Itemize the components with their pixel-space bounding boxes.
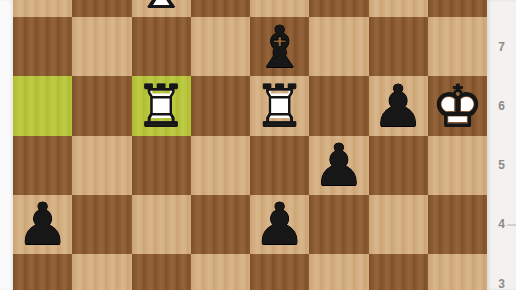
square-g4[interactable] (369, 195, 428, 254)
square-f5[interactable]: ♟ (309, 136, 368, 195)
square-c6[interactable]: ♜♖ (132, 76, 191, 135)
square-h6[interactable]: ♚♔ (428, 76, 487, 135)
square-h4[interactable] (428, 195, 487, 254)
square-b7[interactable] (72, 17, 131, 76)
square-g5[interactable] (369, 136, 428, 195)
square-a5[interactable] (13, 136, 72, 195)
black-bishop-e7[interactable]: ♝ (250, 17, 309, 76)
square-e7[interactable]: ♝ (250, 17, 309, 76)
black-pawn-e4[interactable]: ♟ (250, 195, 309, 254)
square-h5[interactable] (428, 136, 487, 195)
rank-label-5: 5 (487, 158, 516, 172)
rank-label-6: 6 (487, 99, 516, 113)
white-rook-c6[interactable]: ♜♖ (132, 76, 191, 135)
square-h8[interactable] (428, 0, 487, 17)
square-e4[interactable]: ♟ (250, 195, 309, 254)
square-e6[interactable]: ♜♖ (250, 76, 309, 135)
chess-app-viewport: ♝♗♝♜♖♜♖♟♚♔♟♟♟ 76543 (0, 0, 516, 290)
square-c3[interactable] (132, 254, 191, 290)
square-a4[interactable]: ♟ (13, 195, 72, 254)
square-g7[interactable] (369, 17, 428, 76)
square-c5[interactable] (132, 136, 191, 195)
square-g6[interactable]: ♟ (369, 76, 428, 135)
square-b8[interactable] (72, 0, 131, 17)
square-f7[interactable] (309, 17, 368, 76)
square-e3[interactable] (250, 254, 309, 290)
square-a3[interactable] (13, 254, 72, 290)
rank-coordinates-gutter: 76543 (487, 0, 516, 290)
square-c8[interactable]: ♝♗ (132, 0, 191, 17)
square-f6[interactable] (309, 76, 368, 135)
square-b4[interactable] (72, 195, 131, 254)
square-d7[interactable] (191, 17, 250, 76)
square-c7[interactable] (132, 17, 191, 76)
square-b3[interactable] (72, 254, 131, 290)
square-g8[interactable] (369, 0, 428, 17)
square-d6[interactable] (191, 76, 250, 135)
square-d3[interactable] (191, 254, 250, 290)
square-f3[interactable] (309, 254, 368, 290)
square-e5[interactable] (250, 136, 309, 195)
square-a7[interactable] (13, 17, 72, 76)
rank-label-4: 4 (487, 217, 516, 231)
square-b6[interactable] (72, 76, 131, 135)
square-f4[interactable] (309, 195, 368, 254)
square-a8[interactable] (13, 0, 72, 17)
square-e8[interactable] (250, 0, 309, 17)
square-b5[interactable] (72, 136, 131, 195)
black-pawn-f5[interactable]: ♟ (309, 136, 368, 195)
square-c4[interactable] (132, 195, 191, 254)
chess-board[interactable]: ♝♗♝♜♖♜♖♟♚♔♟♟♟ (13, 0, 487, 290)
square-h7[interactable] (428, 17, 487, 76)
rank-label-3: 3 (487, 277, 516, 290)
black-pawn-a4[interactable]: ♟ (13, 195, 72, 254)
square-d5[interactable] (191, 136, 250, 195)
square-a6[interactable] (13, 76, 72, 135)
left-gutter (0, 0, 13, 290)
white-bishop-c8[interactable]: ♝♗ (132, 0, 191, 17)
square-h3[interactable] (428, 254, 487, 290)
white-king-h6[interactable]: ♚♔ (428, 76, 487, 135)
square-g3[interactable] (369, 254, 428, 290)
square-d8[interactable] (191, 0, 250, 17)
square-d4[interactable] (191, 195, 250, 254)
black-pawn-g6[interactable]: ♟ (369, 76, 428, 135)
white-rook-e6[interactable]: ♜♖ (250, 76, 309, 135)
square-f8[interactable] (309, 0, 368, 17)
rank-label-7: 7 (487, 40, 516, 54)
